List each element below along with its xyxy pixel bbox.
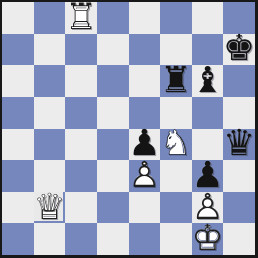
square-g7[interactable] <box>192 34 224 66</box>
square-c6[interactable] <box>65 65 97 97</box>
square-e7[interactable] <box>129 34 161 66</box>
piece-glyph: ♟ <box>191 157 223 193</box>
square-a3[interactable] <box>2 160 34 192</box>
square-a8[interactable] <box>2 2 34 34</box>
piece-glyph: ♜ <box>160 62 192 98</box>
piece-black-rook[interactable]: ♜ <box>160 65 192 97</box>
square-d7[interactable] <box>97 34 129 66</box>
square-a2[interactable] <box>2 192 34 224</box>
square-g6[interactable]: ♝ <box>192 65 224 97</box>
square-h3[interactable] <box>223 160 255 192</box>
square-d1[interactable] <box>97 223 129 255</box>
square-e5[interactable] <box>129 97 161 129</box>
square-g5[interactable] <box>192 97 224 129</box>
square-f8[interactable] <box>160 2 192 34</box>
piece-glyph: ♝ <box>191 62 223 98</box>
piece-white-pawn[interactable]: ♟♙ <box>129 160 161 192</box>
square-a7[interactable] <box>2 34 34 66</box>
piece-glyph-outline: ♖ <box>65 0 97 35</box>
square-c4[interactable] <box>65 129 97 161</box>
square-h5[interactable] <box>223 97 255 129</box>
square-d4[interactable] <box>97 129 129 161</box>
piece-glyph-fill: ♟ <box>192 190 222 224</box>
square-f2[interactable] <box>160 192 192 224</box>
board-grid: ♜♖♚♜♝♟♞♘♛♟♙♟♛♕♟♙♚♔ <box>2 2 255 255</box>
square-h8[interactable] <box>223 2 255 34</box>
piece-glyph-outline: ♔ <box>191 220 223 256</box>
piece-black-queen[interactable]: ♛ <box>223 129 255 161</box>
piece-glyph-fill: ♛ <box>34 190 64 224</box>
piece-black-pawn[interactable]: ♟ <box>129 129 161 161</box>
square-e2[interactable] <box>129 192 161 224</box>
piece-glyph-fill: ♟ <box>129 158 159 192</box>
square-f4[interactable]: ♞♘ <box>160 129 192 161</box>
piece-glyph: ♛ <box>223 125 255 161</box>
square-h6[interactable] <box>223 65 255 97</box>
square-f1[interactable] <box>160 223 192 255</box>
square-b3[interactable] <box>34 160 66 192</box>
piece-white-knight[interactable]: ♞♘ <box>160 129 192 161</box>
piece-white-king[interactable]: ♚♔ <box>192 223 224 255</box>
square-c7[interactable] <box>65 34 97 66</box>
square-c1[interactable] <box>65 223 97 255</box>
piece-glyph-outline: ♙ <box>191 188 223 224</box>
square-b5[interactable] <box>34 97 66 129</box>
piece-glyph-outline: ♕ <box>33 188 65 224</box>
piece-white-queen[interactable]: ♛♕ <box>34 192 66 224</box>
square-g4[interactable] <box>192 129 224 161</box>
square-f7[interactable] <box>160 34 192 66</box>
square-c2[interactable] <box>65 192 97 224</box>
piece-glyph: ♚ <box>223 30 255 66</box>
square-h1[interactable] <box>223 223 255 255</box>
square-f3[interactable] <box>160 160 192 192</box>
piece-black-king[interactable]: ♚ <box>223 34 255 66</box>
square-g8[interactable] <box>192 2 224 34</box>
square-b2[interactable]: ♛♕ <box>34 192 66 224</box>
piece-glyph-fill: ♚ <box>192 221 222 255</box>
piece-black-bishop[interactable]: ♝ <box>192 65 224 97</box>
chess-board: ♜♖♚♜♝♟♞♘♛♟♙♟♛♕♟♙♚♔ <box>0 0 258 258</box>
square-e4[interactable]: ♟ <box>129 129 161 161</box>
piece-glyph-outline: ♘ <box>160 125 192 161</box>
square-a4[interactable] <box>2 129 34 161</box>
square-h4[interactable]: ♛ <box>223 129 255 161</box>
square-e3[interactable]: ♟♙ <box>129 160 161 192</box>
piece-white-rook[interactable]: ♜♖ <box>65 2 97 34</box>
piece-glyph: ♟ <box>128 125 160 161</box>
square-b4[interactable] <box>34 129 66 161</box>
square-a5[interactable] <box>2 97 34 129</box>
square-e1[interactable] <box>129 223 161 255</box>
square-g3[interactable]: ♟ <box>192 160 224 192</box>
square-b1[interactable] <box>34 223 66 255</box>
square-b7[interactable] <box>34 34 66 66</box>
square-d8[interactable] <box>97 2 129 34</box>
piece-white-pawn[interactable]: ♟♙ <box>192 192 224 224</box>
square-d6[interactable] <box>97 65 129 97</box>
square-d2[interactable] <box>97 192 129 224</box>
square-e6[interactable] <box>129 65 161 97</box>
square-a6[interactable] <box>2 65 34 97</box>
square-g1[interactable]: ♚♔ <box>192 223 224 255</box>
square-h7[interactable]: ♚ <box>223 34 255 66</box>
piece-glyph-outline: ♙ <box>128 157 160 193</box>
square-h2[interactable] <box>223 192 255 224</box>
square-a1[interactable] <box>2 223 34 255</box>
square-d5[interactable] <box>97 97 129 129</box>
square-c5[interactable] <box>65 97 97 129</box>
square-d3[interactable] <box>97 160 129 192</box>
square-e8[interactable] <box>129 2 161 34</box>
piece-glyph-fill: ♜ <box>66 0 96 34</box>
square-b8[interactable] <box>34 2 66 34</box>
piece-black-pawn[interactable]: ♟ <box>192 160 224 192</box>
square-c8[interactable]: ♜♖ <box>65 2 97 34</box>
square-g2[interactable]: ♟♙ <box>192 192 224 224</box>
square-c3[interactable] <box>65 160 97 192</box>
square-b6[interactable] <box>34 65 66 97</box>
square-f5[interactable] <box>160 97 192 129</box>
piece-glyph-fill: ♞ <box>161 126 191 160</box>
square-f6[interactable]: ♜ <box>160 65 192 97</box>
